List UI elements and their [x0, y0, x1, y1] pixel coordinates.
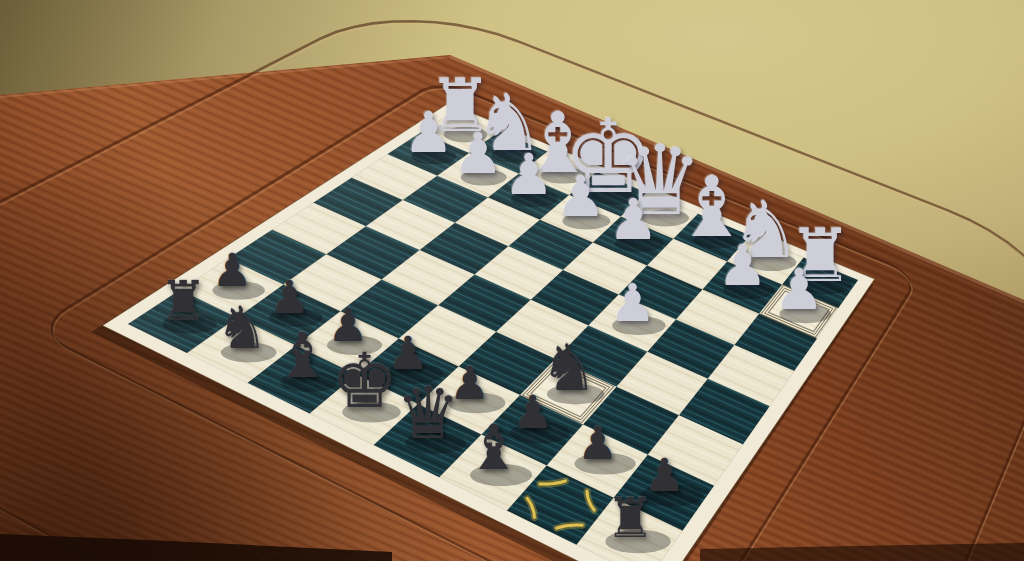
piece-white-pawn-d2[interactable]: ♟ [608, 192, 659, 249]
piece-black-pawn-g7[interactable]: ♟ [269, 275, 310, 321]
piece-black-pawn-h7[interactable]: ♟ [212, 248, 253, 294]
piece-black-pawn-b7[interactable]: ♟ [577, 421, 618, 467]
pieces-layer: ♜♞♟♝♟♚♟♛♟♝♟♞♜♟♟♟♟♜♟♟♞♟♝♞♟♚♟♛♟♝♟♜ [0, 0, 1024, 561]
chess-3d-scene: ♜♞♟♝♟♚♟♛♟♝♟♞♜♟♟♟♟♜♟♟♞♟♝♞♟♚♟♛♟♝♟♜ [0, 0, 1024, 561]
piece-white-pawn-b2[interactable]: ♟ [717, 238, 768, 295]
piece-white-pawn-g2[interactable]: ♟ [453, 126, 504, 183]
piece-black-queen-d8[interactable]: ♛ [396, 378, 460, 450]
piece-black-rook-h8[interactable]: ♜ [159, 274, 208, 329]
piece-black-bishop-c8[interactable]: ♝ [466, 418, 522, 480]
piece-black-bishop-f8[interactable]: ♝ [275, 325, 331, 387]
piece-black-knight-g8[interactable]: ♞ [216, 299, 268, 358]
piece-white-pawn-c4[interactable]: ♟ [609, 277, 656, 329]
piece-black-rook-a8[interactable]: ♜ [606, 491, 655, 546]
piece-white-pawn-a2[interactable]: ♟ [774, 262, 825, 319]
piece-black-king-e8[interactable]: ♚ [331, 344, 399, 420]
piece-white-pawn-e2[interactable]: ♟ [555, 170, 606, 227]
piece-white-pawn-f2[interactable]: ♟ [504, 148, 555, 205]
piece-white-pawn-h2[interactable]: ♟ [403, 105, 454, 162]
